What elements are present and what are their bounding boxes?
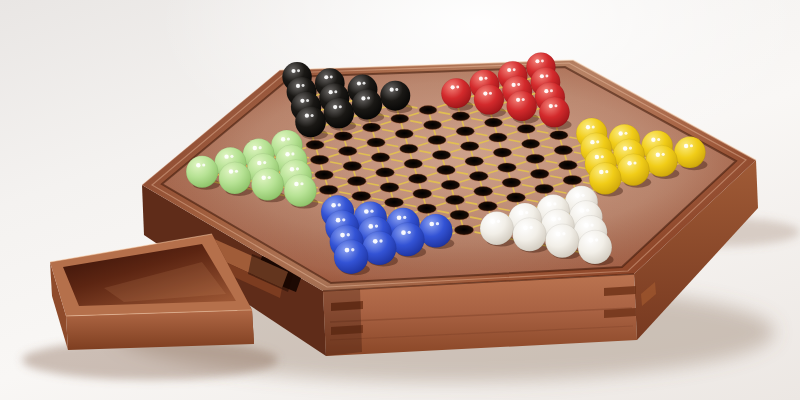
marble-specular (408, 231, 411, 234)
marble-specular (651, 138, 655, 142)
marble-specular (330, 75, 333, 78)
marble-specular (690, 144, 693, 147)
hole-5-3[interactable] (334, 132, 352, 141)
hole-9-2[interactable] (456, 127, 474, 136)
marble-specular (588, 238, 593, 243)
marble-specular (623, 146, 627, 150)
marble-specular (390, 88, 394, 92)
marble-specular (340, 233, 345, 238)
marble-specular (525, 211, 528, 214)
marble-specular (596, 140, 599, 143)
hole-7-7[interactable] (417, 204, 436, 214)
hole-10-3[interactable] (489, 133, 507, 142)
marble-specular (202, 163, 205, 166)
marble-specular (549, 104, 553, 108)
hole-9-1[interactable] (452, 112, 470, 121)
marble-specular (517, 83, 520, 86)
marble-specular (342, 218, 345, 221)
hole-8-3[interactable] (432, 150, 450, 159)
hole-6-5[interactable] (376, 168, 395, 177)
hole-8-4[interactable] (437, 165, 456, 174)
marble-specular (230, 155, 233, 158)
marble-specular (300, 99, 304, 103)
marble-specular (357, 81, 361, 85)
hole-6-4[interactable] (371, 153, 389, 162)
marble-specular (261, 176, 266, 181)
hole-8-8[interactable] (454, 225, 473, 235)
hole-9-5[interactable] (469, 172, 488, 181)
marble-specular (519, 211, 524, 216)
marble-specular (224, 154, 228, 158)
hole-8-2[interactable] (428, 135, 446, 144)
hole-10-6[interactable] (502, 178, 521, 187)
hole-10-4[interactable] (493, 148, 511, 157)
marble-specular (541, 60, 544, 63)
marble-green[interactable] (284, 174, 316, 206)
marble-specular (512, 83, 516, 87)
marble-specular (513, 68, 516, 71)
marble-specular (367, 97, 370, 100)
marble-specular (547, 202, 552, 207)
marble-specular (291, 69, 295, 73)
hole-12-7[interactable] (563, 175, 582, 184)
marble-specular (584, 223, 589, 228)
marble-red[interactable] (507, 91, 537, 121)
marble-yellow[interactable] (674, 137, 705, 168)
hole-11-6[interactable] (530, 169, 549, 178)
marble-specular (624, 132, 627, 135)
hole-4-6[interactable] (315, 170, 334, 179)
marble-blue[interactable] (334, 240, 368, 274)
marble-specular (281, 137, 285, 141)
hole-5-6[interactable] (347, 176, 366, 185)
marble-white[interactable] (578, 230, 612, 264)
drawer-cast-shadow (323, 289, 362, 356)
hole-9-4[interactable] (465, 157, 483, 166)
hole-4-5[interactable] (310, 155, 328, 164)
marble-specular (484, 77, 487, 80)
marble-specular (451, 85, 455, 89)
hole-10-5[interactable] (498, 163, 516, 172)
hole-10-7[interactable] (507, 193, 526, 203)
marble-yellow[interactable] (589, 162, 621, 194)
marble-specular (297, 69, 300, 72)
marble-specular (403, 216, 406, 219)
marble-specular (329, 90, 333, 94)
marble-specular (483, 91, 487, 95)
hole-9-6[interactable] (474, 187, 493, 196)
marble-specular (684, 144, 688, 148)
hole-7-6[interactable] (413, 189, 432, 198)
hole-5-5[interactable] (343, 162, 361, 171)
hole-11-7[interactable] (535, 184, 554, 193)
marble-specular (554, 104, 557, 107)
hole-11-3[interactable] (517, 124, 535, 133)
hole-6-6[interactable] (380, 183, 399, 192)
marble-specular (529, 226, 532, 229)
marble-specular (345, 248, 350, 253)
marble-specular (363, 82, 366, 85)
marble-specular (285, 152, 289, 156)
marble-specular (599, 170, 603, 174)
marble-specular (523, 226, 528, 231)
marble-specular (300, 182, 303, 185)
hole-8-1[interactable] (424, 121, 442, 130)
marble-specular (581, 194, 584, 197)
marble-black[interactable] (352, 89, 382, 119)
marble-white[interactable] (513, 218, 547, 252)
marble-red[interactable] (441, 78, 471, 108)
hole-7-5[interactable] (408, 174, 427, 183)
marble-specular (347, 233, 350, 236)
marble-specular (291, 152, 294, 155)
marble-specular (633, 161, 636, 164)
marble-specular (553, 202, 556, 205)
hole-8-6[interactable] (446, 195, 465, 205)
marble-specular (375, 224, 378, 227)
hole-6-7[interactable] (385, 198, 404, 208)
marble-specular (235, 170, 238, 173)
marble-specular (544, 89, 548, 93)
hole-6-3[interactable] (367, 138, 385, 147)
hole-5-4[interactable] (339, 147, 357, 156)
marble-specular (657, 138, 660, 141)
marble-white[interactable] (545, 224, 579, 258)
marble-specular (456, 86, 459, 89)
marble-yellow[interactable] (646, 145, 678, 177)
marble-specular (302, 84, 305, 87)
marble-specular (294, 182, 299, 187)
marble-specular (551, 217, 556, 222)
marble-green[interactable] (186, 156, 218, 188)
marble-specular (656, 152, 660, 156)
marble-specular (290, 167, 294, 171)
marble-specular (550, 89, 553, 92)
hole-9-3[interactable] (461, 142, 479, 151)
marble-specular (379, 239, 382, 242)
marble-white[interactable] (480, 212, 513, 245)
marble-specular (259, 146, 262, 149)
hole-10-2[interactable] (484, 118, 502, 127)
hole-8-7[interactable] (450, 210, 469, 220)
hole-12-5[interactable] (554, 146, 572, 155)
board-scene (0, 0, 800, 400)
marble-specular (368, 224, 373, 229)
marble-specular (595, 238, 598, 241)
hole-7-1[interactable] (391, 114, 409, 123)
marble-specular (595, 155, 599, 159)
hole-4-4[interactable] (306, 140, 324, 149)
marble-specular (364, 209, 369, 214)
marble-specular (601, 155, 604, 158)
marble-specular (490, 219, 495, 224)
marble-specular (196, 163, 200, 167)
hole-4-7[interactable] (319, 185, 338, 194)
marble-specular (627, 161, 631, 165)
marble-specular (429, 222, 434, 227)
hole-6-2[interactable] (363, 123, 381, 132)
marble-specular (373, 239, 378, 244)
marble-specular (629, 147, 632, 150)
marble-specular (397, 215, 402, 220)
marble-specular (306, 99, 309, 102)
marble-specular (605, 170, 608, 173)
marble-green[interactable] (251, 168, 283, 200)
marble-black[interactable] (295, 107, 326, 138)
marble-specular (305, 114, 309, 118)
marble-black[interactable] (380, 81, 410, 111)
marble-specular (592, 125, 595, 128)
marble-specular (586, 125, 590, 129)
marble-specular (545, 74, 548, 77)
marble-specular (586, 209, 589, 212)
marble-yellow[interactable] (617, 154, 649, 186)
hole-9-7[interactable] (478, 202, 497, 212)
marble-specular (370, 210, 373, 213)
marble-specular (497, 220, 500, 223)
marble-specular (540, 74, 544, 78)
marble-specular (618, 131, 622, 135)
hole-11-4[interactable] (522, 139, 540, 148)
marble-specular (361, 96, 365, 100)
marble-red[interactable] (539, 97, 569, 127)
drawer-front-face[interactable] (66, 310, 254, 350)
marble-green[interactable] (219, 162, 251, 194)
marble-specular (331, 203, 336, 208)
marble-specular (516, 98, 520, 102)
marble-specular (479, 77, 483, 81)
marble-specular (436, 222, 439, 225)
marble-specular (338, 203, 341, 206)
marble-specular (333, 105, 337, 109)
marble-specular (336, 218, 341, 223)
marble-specular (229, 169, 233, 173)
marble-black[interactable] (324, 98, 354, 128)
hole-5-7[interactable] (352, 191, 371, 200)
marble-specular (263, 161, 266, 164)
marble-specular (575, 193, 580, 198)
hole-8-5[interactable] (441, 180, 460, 189)
marble-specular (662, 153, 665, 156)
hole-7-4[interactable] (404, 159, 422, 168)
hole-8-0[interactable] (419, 106, 437, 115)
marble-specular (334, 90, 337, 93)
marble-specular (296, 167, 299, 170)
hole-11-5[interactable] (526, 154, 544, 163)
marble-specular (580, 208, 585, 213)
marble-specular (507, 68, 511, 72)
marble-specular (268, 176, 271, 179)
marble-red[interactable] (474, 85, 504, 115)
marble-specular (562, 232, 565, 235)
marble-specular (522, 98, 525, 101)
marble-specular (590, 223, 593, 226)
marble-specular (311, 114, 314, 117)
marble-specular (257, 161, 261, 165)
marble-specular (558, 217, 561, 220)
hole-7-2[interactable] (395, 129, 413, 138)
marble-specular (556, 232, 561, 237)
marble-specular (296, 84, 300, 88)
marble-specular (287, 137, 290, 140)
marble-specular (590, 140, 594, 144)
marble-specular (324, 75, 328, 79)
marble-specular (401, 230, 406, 235)
hole-7-3[interactable] (400, 144, 418, 153)
marble-specular (339, 105, 342, 108)
marble-specular (535, 59, 539, 63)
marble-specular (253, 146, 257, 150)
photo-backdrop (0, 0, 800, 400)
hole-12-4[interactable] (550, 131, 568, 140)
hole-12-6[interactable] (559, 161, 577, 170)
marble-specular (489, 92, 492, 95)
marble-specular (395, 88, 398, 91)
marble-specular (351, 248, 354, 251)
